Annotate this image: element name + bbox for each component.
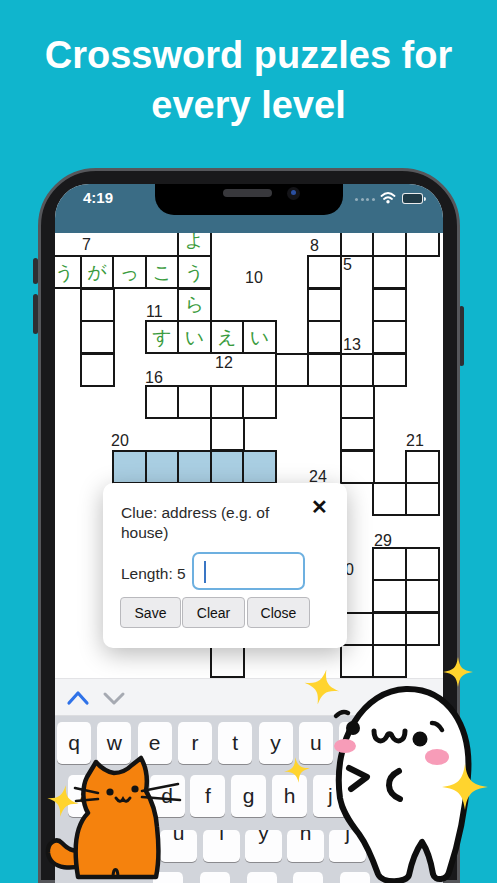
clue-dialog: ✕ Clue: address (e.g. of house) Length: … <box>103 483 347 648</box>
crossword-cell-highlighted[interactable] <box>210 450 245 484</box>
headline: Crossword puzzles for every level <box>0 30 497 130</box>
clue-number: 21 <box>406 432 424 450</box>
crossword-cell-highlighted[interactable] <box>112 450 147 484</box>
crossword-cell[interactable]: っ <box>112 255 147 289</box>
clue-number: 13 <box>343 336 361 354</box>
crossword-cell[interactable] <box>307 288 342 322</box>
key-label: g <box>243 784 255 808</box>
key-t[interactable]: t <box>218 722 252 764</box>
close-icon[interactable]: ✕ <box>311 495 328 519</box>
answer-input[interactable] <box>192 552 305 590</box>
ghost-cheek <box>334 739 356 753</box>
crossword-cell[interactable]: こ <box>145 255 180 289</box>
crossword-cell[interactable] <box>372 644 407 678</box>
cat-eye <box>131 785 138 792</box>
headline-line1: Crossword puzzles for <box>0 30 497 80</box>
cat-mouth <box>116 798 130 801</box>
status-time: 4:19 <box>83 189 113 206</box>
key-label: h <box>284 784 296 808</box>
sparkle-icon <box>443 655 473 689</box>
key-g[interactable]: g <box>231 775 266 817</box>
key-partial[interactable]: i <box>203 830 240 862</box>
crossword-cell[interactable]: が <box>80 255 115 289</box>
close-button[interactable]: Close <box>247 597 310 628</box>
key-label: i <box>219 830 224 845</box>
crossword-cell[interactable]: い <box>242 320 277 354</box>
cat-eye <box>106 788 113 795</box>
clear-button[interactable]: Clear <box>182 597 245 628</box>
chevron-down-icon[interactable] <box>102 691 126 707</box>
crossword-cell[interactable] <box>372 547 407 581</box>
crossword-cell[interactable] <box>242 385 277 419</box>
crossword-cell[interactable] <box>405 547 440 581</box>
clue-number: 11 <box>146 303 163 321</box>
crossword-cell[interactable]: う <box>55 255 82 289</box>
crossword-cell[interactable] <box>372 482 407 516</box>
clue-number: 10 <box>245 269 263 287</box>
crossword-cell[interactable] <box>80 353 115 387</box>
crossword-cell[interactable] <box>372 288 407 322</box>
crossword-cell[interactable] <box>372 579 407 613</box>
cell-letter: え <box>217 328 236 347</box>
ghost-eye <box>413 732 428 747</box>
ghost-eye <box>346 721 360 735</box>
clue-number: 20 <box>111 432 129 450</box>
clue-number: 16 <box>145 369 163 387</box>
crossword-cell[interactable] <box>307 320 342 354</box>
key-label: t <box>232 731 238 755</box>
status-bar: 4:19 <box>55 184 443 233</box>
key-label: f <box>205 784 211 808</box>
battery-icon <box>402 193 423 204</box>
sparkle-icon <box>442 762 488 812</box>
crossword-cell[interactable] <box>80 320 115 354</box>
crossword-cell[interactable]: う <box>177 255 212 289</box>
crossword-cell[interactable] <box>372 255 407 289</box>
key-partial[interactable] <box>247 872 277 883</box>
crossword-cell[interactable] <box>275 353 310 387</box>
clue-number: 29 <box>374 532 392 550</box>
cellular-signal-icon <box>355 198 375 201</box>
text-caret <box>204 561 206 583</box>
crossword-cell[interactable] <box>307 255 342 289</box>
clue-number: 12 <box>215 354 233 372</box>
key-label: r <box>191 731 198 755</box>
crossword-cell[interactable] <box>177 385 212 419</box>
cell-letter: す <box>152 328 171 347</box>
crossword-cell[interactable] <box>405 450 440 484</box>
crossword-cell[interactable] <box>340 385 375 419</box>
cell-letter: こ <box>152 263 171 282</box>
key-partial[interactable]: y <box>245 830 282 862</box>
crossword-cell[interactable] <box>340 644 375 678</box>
clue-number: 8 <box>310 237 319 255</box>
key-label: h <box>300 830 312 845</box>
app-store-screenshot: { "game": "crossword", "language": "Japa… <box>0 0 497 883</box>
chevron-up-icon[interactable] <box>66 690 90 706</box>
clue-number: 7 <box>82 236 91 254</box>
crossword-cell[interactable]: え <box>210 320 245 354</box>
crossword-cell[interactable] <box>145 385 180 419</box>
sparkle-icon <box>282 754 312 785</box>
crossword-cell-highlighted[interactable] <box>145 450 180 484</box>
headline-line2: every level <box>0 80 497 130</box>
crossword-cell[interactable] <box>340 417 375 451</box>
save-button[interactable]: Save <box>120 597 181 628</box>
speaker-grille <box>223 189 272 197</box>
crossword-cell-highlighted[interactable] <box>242 450 277 484</box>
clue-number: 5 <box>343 256 352 274</box>
cell-letter: い <box>185 328 204 347</box>
crossword-cell[interactable] <box>340 450 375 484</box>
length-label: Length: 5 <box>121 565 186 583</box>
key-partial[interactable] <box>200 872 230 883</box>
crossword-cell[interactable] <box>210 417 245 451</box>
cat-body <box>76 758 159 877</box>
key-label: e <box>149 731 161 755</box>
crossword-cell[interactable]: い <box>177 320 212 354</box>
key-label: w <box>107 731 122 755</box>
crossword-cell[interactable] <box>372 320 407 354</box>
cell-letter: よ <box>185 231 204 250</box>
ghost-eyebrow <box>336 712 348 716</box>
crossword-cell[interactable] <box>340 353 375 387</box>
cell-letter: い <box>250 328 269 347</box>
crossword-cell[interactable] <box>80 288 115 322</box>
key-label: y <box>258 830 269 845</box>
clue-text: Clue: address (e.g. of house) <box>121 503 293 543</box>
notch <box>155 184 343 215</box>
key-label: y <box>270 731 281 755</box>
front-camera <box>287 187 300 200</box>
cell-letter: っ <box>120 263 139 282</box>
crossword-cell[interactable] <box>372 612 407 646</box>
crossword-cell[interactable] <box>307 353 342 387</box>
crossword-cell[interactable] <box>210 644 245 678</box>
wifi-icon <box>380 191 396 204</box>
crossword-cell[interactable] <box>210 385 245 419</box>
cell-letter: う <box>55 263 74 282</box>
crossword-cell[interactable]: す <box>145 320 180 354</box>
crossword-cell[interactable] <box>405 612 440 646</box>
key-label: q <box>68 731 80 755</box>
crossword-cell[interactable] <box>405 579 440 613</box>
crossword-cell-highlighted[interactable] <box>177 450 212 484</box>
key-f[interactable]: f <box>190 775 225 817</box>
cell-letter: う <box>185 263 204 282</box>
cell-letter: ら <box>185 295 204 314</box>
cell-letter: が <box>87 263 106 282</box>
sparkle-icon <box>44 781 81 820</box>
crossword-cell[interactable] <box>405 482 440 516</box>
crossword-cell[interactable]: ら <box>177 288 212 322</box>
crossword-cell[interactable] <box>372 353 407 387</box>
